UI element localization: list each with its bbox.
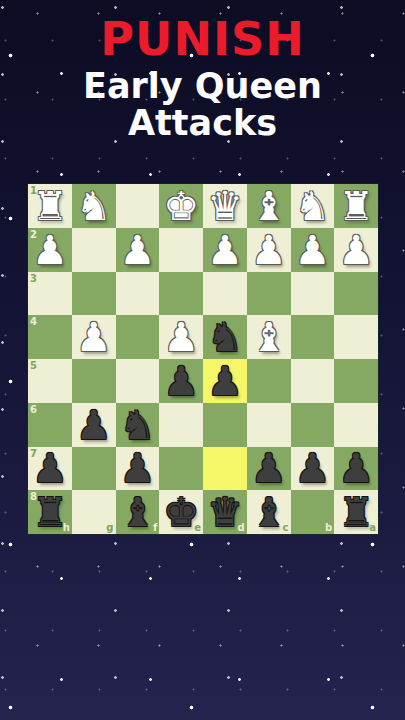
rank-label-4: 4 xyxy=(30,317,37,327)
rank-label-8: 8 xyxy=(30,492,37,502)
square-h7[interactable]: 7♟ xyxy=(28,447,72,491)
file-label-h: h xyxy=(63,523,70,533)
square-e8[interactable]: e♚ xyxy=(159,490,203,534)
piece-white-bishop-c4[interactable]: ♝ xyxy=(251,317,287,357)
square-f7[interactable]: ♟ xyxy=(116,447,160,491)
square-a2[interactable]: ♟ xyxy=(334,228,378,272)
piece-white-rook-h1[interactable]: ♜ xyxy=(32,186,68,226)
square-h3[interactable]: 3 xyxy=(28,272,72,316)
square-c3[interactable] xyxy=(247,272,291,316)
piece-white-pawn-c2[interactable]: ♟ xyxy=(251,230,287,270)
piece-black-pawn-b7[interactable]: ♟ xyxy=(294,448,330,488)
square-f4[interactable] xyxy=(116,315,160,359)
piece-white-pawn-b2[interactable]: ♟ xyxy=(294,230,330,270)
square-g1[interactable]: ♞ xyxy=(72,184,116,228)
subtitle-line-2: Attacks xyxy=(0,105,405,142)
piece-white-rook-a1[interactable]: ♜ xyxy=(338,186,374,226)
rank-label-5: 5 xyxy=(30,361,37,371)
square-d1[interactable]: ♛ xyxy=(203,184,247,228)
chess-board[interactable]: 1♜♞♚♛♝♞♜2♟♟♟♟♟♟34♟♟♞♝5♟♟6♟♞7♟♟♟♟♟8h♜gf♝e… xyxy=(28,184,378,534)
square-c8[interactable]: c♝ xyxy=(247,490,291,534)
square-g5[interactable] xyxy=(72,359,116,403)
piece-black-pawn-g6[interactable]: ♟ xyxy=(76,405,112,445)
square-c7[interactable]: ♟ xyxy=(247,447,291,491)
square-e4[interactable]: ♟ xyxy=(159,315,203,359)
thumbnail-page: { "title": { "headline": "PUNISH", "subt… xyxy=(0,0,405,720)
square-f8[interactable]: f♝ xyxy=(116,490,160,534)
piece-black-pawn-h7[interactable]: ♟ xyxy=(32,448,68,488)
square-b6[interactable] xyxy=(291,403,335,447)
file-label-f: f xyxy=(153,523,157,533)
square-a8[interactable]: a♜ xyxy=(334,490,378,534)
square-c5[interactable] xyxy=(247,359,291,403)
square-g3[interactable] xyxy=(72,272,116,316)
square-b5[interactable] xyxy=(291,359,335,403)
piece-black-pawn-e5[interactable]: ♟ xyxy=(163,361,199,401)
square-a7[interactable]: ♟ xyxy=(334,447,378,491)
square-a4[interactable] xyxy=(334,315,378,359)
square-g2[interactable] xyxy=(72,228,116,272)
piece-black-pawn-c7[interactable]: ♟ xyxy=(251,448,287,488)
piece-black-bishop-c8[interactable]: ♝ xyxy=(251,492,287,532)
piece-white-pawn-h2[interactable]: ♟ xyxy=(32,230,68,270)
square-d8[interactable]: d♛ xyxy=(203,490,247,534)
piece-black-knight-d4[interactable]: ♞ xyxy=(207,317,243,357)
square-b8[interactable]: b xyxy=(291,490,335,534)
square-h5[interactable]: 5 xyxy=(28,359,72,403)
file-label-e: e xyxy=(194,523,201,533)
piece-white-pawn-a2[interactable]: ♟ xyxy=(338,230,374,270)
rank-label-6: 6 xyxy=(30,405,37,415)
square-h4[interactable]: 4 xyxy=(28,315,72,359)
square-h1[interactable]: 1♜ xyxy=(28,184,72,228)
subtitle-line-1: Early Queen xyxy=(0,68,405,105)
square-e2[interactable] xyxy=(159,228,203,272)
square-a3[interactable] xyxy=(334,272,378,316)
square-f3[interactable] xyxy=(116,272,160,316)
square-f1[interactable] xyxy=(116,184,160,228)
rank-label-7: 7 xyxy=(30,449,37,459)
piece-white-pawn-g4[interactable]: ♟ xyxy=(76,317,112,357)
square-g4[interactable]: ♟ xyxy=(72,315,116,359)
square-b2[interactable]: ♟ xyxy=(291,228,335,272)
piece-white-pawn-d2[interactable]: ♟ xyxy=(207,230,243,270)
square-g7[interactable] xyxy=(72,447,116,491)
square-d3[interactable] xyxy=(203,272,247,316)
square-f5[interactable] xyxy=(116,359,160,403)
piece-black-bishop-f8[interactable]: ♝ xyxy=(119,492,155,532)
file-label-b: b xyxy=(325,523,332,533)
square-b3[interactable] xyxy=(291,272,335,316)
square-h8[interactable]: 8h♜ xyxy=(28,490,72,534)
rank-label-1: 1 xyxy=(30,186,37,196)
square-d6[interactable] xyxy=(203,403,247,447)
square-c1[interactable]: ♝ xyxy=(247,184,291,228)
square-b4[interactable] xyxy=(291,315,335,359)
square-h6[interactable]: 6 xyxy=(28,403,72,447)
square-e5[interactable]: ♟ xyxy=(159,359,203,403)
title-block: PUNISH Early Queen Attacks xyxy=(0,16,405,142)
piece-white-bishop-c1[interactable]: ♝ xyxy=(251,186,287,226)
file-label-a: a xyxy=(369,523,376,533)
rank-label-3: 3 xyxy=(30,274,37,284)
square-c4[interactable]: ♝ xyxy=(247,315,291,359)
square-e7[interactable] xyxy=(159,447,203,491)
piece-white-king-e1[interactable]: ♚ xyxy=(163,186,199,226)
square-f2[interactable]: ♟ xyxy=(116,228,160,272)
square-a5[interactable] xyxy=(334,359,378,403)
rank-label-2: 2 xyxy=(30,230,37,240)
piece-white-knight-g1[interactable]: ♞ xyxy=(76,186,112,226)
piece-black-pawn-d5[interactable]: ♟ xyxy=(207,361,243,401)
piece-white-knight-b1[interactable]: ♞ xyxy=(294,186,330,226)
square-f6[interactable]: ♞ xyxy=(116,403,160,447)
piece-white-pawn-e4[interactable]: ♟ xyxy=(163,317,199,357)
file-label-g: g xyxy=(106,523,113,533)
square-c6[interactable] xyxy=(247,403,291,447)
square-d5[interactable]: ♟ xyxy=(203,359,247,403)
square-e6[interactable] xyxy=(159,403,203,447)
square-h2[interactable]: 2♟ xyxy=(28,228,72,272)
square-c2[interactable]: ♟ xyxy=(247,228,291,272)
square-a1[interactable]: ♜ xyxy=(334,184,378,228)
piece-black-pawn-f7[interactable]: ♟ xyxy=(119,448,155,488)
file-label-d: d xyxy=(238,523,245,533)
square-g6[interactable]: ♟ xyxy=(72,403,116,447)
file-label-c: c xyxy=(283,523,289,533)
square-g8[interactable]: g xyxy=(72,490,116,534)
square-d4[interactable]: ♞ xyxy=(203,315,247,359)
square-e1[interactable]: ♚ xyxy=(159,184,203,228)
piece-white-pawn-f2[interactable]: ♟ xyxy=(119,230,155,270)
square-b1[interactable]: ♞ xyxy=(291,184,335,228)
square-d2[interactable]: ♟ xyxy=(203,228,247,272)
piece-black-pawn-a7[interactable]: ♟ xyxy=(338,448,374,488)
square-b7[interactable]: ♟ xyxy=(291,447,335,491)
square-a6[interactable] xyxy=(334,403,378,447)
piece-black-knight-f6[interactable]: ♞ xyxy=(119,405,155,445)
headline-text: PUNISH xyxy=(0,16,405,62)
square-d7[interactable] xyxy=(203,447,247,491)
square-e3[interactable] xyxy=(159,272,203,316)
piece-white-queen-d1[interactable]: ♛ xyxy=(207,186,243,226)
